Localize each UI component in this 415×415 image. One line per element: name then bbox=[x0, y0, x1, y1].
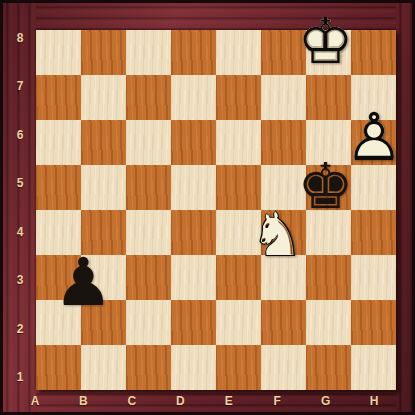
white-king-outline-icon: ♔ bbox=[296, 11, 356, 71]
pieces-layer: ♚♔♟♙♚♞♘♟ bbox=[3, 3, 412, 412]
white-knight-outline-icon: ♘ bbox=[247, 205, 307, 265]
piece-white-knight-f4[interactable]: ♞♘ bbox=[247, 202, 307, 262]
black-pawn-icon: ♟ bbox=[53, 253, 113, 313]
chessboard-frame: 87654321 ABCDEFGH ♚♔♟♙♚♞♘♟ bbox=[0, 0, 415, 415]
piece-white-king-g8[interactable]: ♚♔ bbox=[296, 8, 356, 68]
piece-black-pawn-b3[interactable]: ♟ bbox=[53, 250, 113, 310]
